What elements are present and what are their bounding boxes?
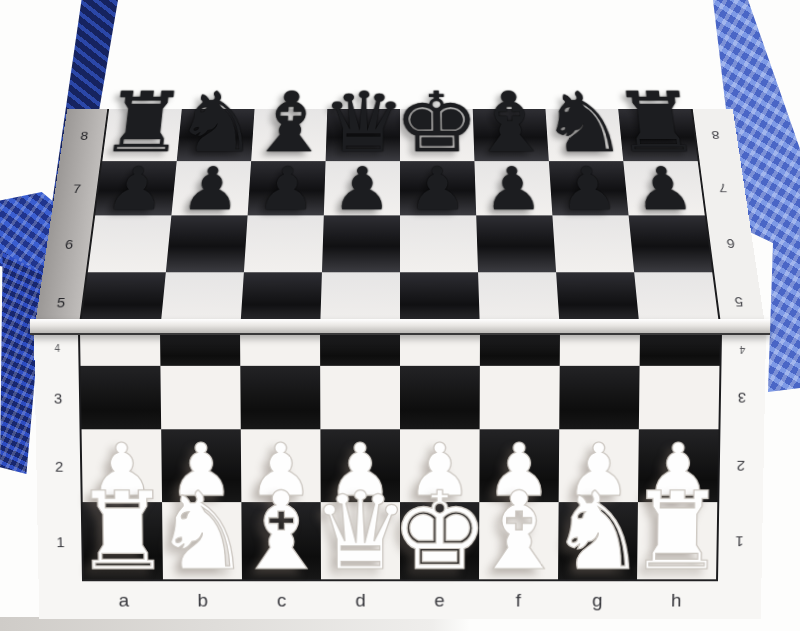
square-f1[interactable]: ♝ — [479, 502, 559, 580]
rank-label-text: 8 — [80, 129, 89, 141]
square-f4[interactable] — [480, 332, 560, 366]
rank-label-text: 1 — [735, 534, 744, 549]
piece-black-pawn-c7[interactable]: ♟ — [256, 161, 318, 217]
square-e3[interactable] — [400, 366, 480, 429]
square-b6[interactable] — [166, 215, 248, 272]
piece-black-pawn-f7[interactable]: ♟ — [482, 161, 544, 217]
rank-label-text: 5 — [56, 295, 66, 309]
piece-black-pawn-g7[interactable]: ♟ — [557, 161, 621, 217]
piece-black-rook-h8[interactable]: ♜ — [610, 84, 704, 163]
square-a4[interactable] — [80, 332, 160, 366]
rank-label-3-right: 3 — [718, 366, 765, 429]
rank-label-text: 7 — [718, 182, 728, 195]
square-f3[interactable] — [480, 366, 560, 429]
square-c6[interactable] — [244, 215, 324, 272]
square-e6[interactable] — [400, 215, 478, 272]
square-g1[interactable]: ♞ — [558, 502, 638, 580]
square-h1[interactable]: ♜ — [637, 502, 717, 580]
rank-label-text: 7 — [72, 182, 82, 195]
square-e7[interactable]: ♟ — [400, 161, 476, 215]
square-e4[interactable] — [400, 332, 480, 366]
square-a3[interactable] — [81, 366, 162, 429]
square-b3[interactable] — [160, 366, 240, 429]
rank-label-4-left: 4 — [34, 332, 81, 366]
rank-label-text: 2 — [55, 458, 64, 473]
rank-label-4-right: 4 — [719, 332, 766, 366]
board-top-half: 8♜♞♝♛♚♝♞♜87♟♟♟♟♟♟♟♟76655 — [34, 109, 766, 332]
board-bottom-half: 44332♟♟♟♟♟♟♟♟21♜♞♝♛♚♝♞♜1 abcdefgh — [34, 332, 766, 619]
square-d3[interactable] — [320, 366, 400, 429]
rank-label-text: 4 — [740, 344, 746, 354]
square-c3[interactable] — [240, 366, 320, 429]
square-b1[interactable]: ♞ — [162, 502, 242, 580]
square-a6[interactable] — [88, 215, 172, 272]
square-h6[interactable] — [629, 215, 713, 272]
square-g4[interactable] — [560, 332, 640, 366]
rank-label-text: 8 — [711, 129, 720, 141]
rank-label-text: 6 — [726, 237, 736, 250]
piece-black-pawn-b7[interactable]: ♟ — [179, 161, 243, 217]
piece-black-pawn-e7[interactable]: ♟ — [408, 161, 468, 217]
square-g3[interactable] — [559, 366, 639, 429]
square-c1[interactable]: ♝ — [241, 502, 321, 580]
square-e1[interactable]: ♚ — [400, 502, 479, 580]
square-d7[interactable]: ♟ — [324, 161, 400, 215]
piece-black-pawn-a7[interactable]: ♟ — [103, 161, 169, 217]
square-b4[interactable] — [160, 332, 240, 366]
square-h4[interactable] — [640, 332, 720, 366]
square-f6[interactable] — [476, 215, 556, 272]
rank-label-text: 2 — [736, 458, 745, 473]
square-d4[interactable] — [320, 332, 400, 366]
board-bottom-grid: 44332♟♟♟♟♟♟♟♟21♜♞♝♛♚♝♞♜1 — [34, 332, 766, 580]
rank-label-text: 3 — [54, 390, 63, 405]
square-c7[interactable]: ♟ — [248, 161, 326, 215]
rank-label-text: 5 — [734, 295, 744, 309]
board-fold-crease — [30, 319, 770, 335]
piece-white-rook-h1[interactable]: ♜ — [628, 480, 727, 582]
square-d6[interactable] — [322, 215, 400, 272]
rank-label-text: 1 — [56, 534, 65, 549]
square-d1[interactable]: ♛ — [321, 502, 400, 580]
piece-black-pawn-h7[interactable]: ♟ — [631, 161, 697, 217]
board-top-grid: 8♜♞♝♛♚♝♞♜87♟♟♟♟♟♟♟♟76655 — [34, 109, 766, 332]
square-c4[interactable] — [240, 332, 320, 366]
piece-black-pawn-d7[interactable]: ♟ — [332, 161, 392, 217]
square-f7[interactable]: ♟ — [474, 161, 552, 215]
square-g6[interactable] — [552, 215, 634, 272]
rank-label-text: 3 — [738, 390, 747, 405]
square-b7[interactable]: ♟ — [171, 161, 251, 215]
rank-label-3-left: 3 — [35, 366, 82, 429]
square-h3[interactable] — [639, 366, 720, 429]
chess-set-photo: 8♜♞♝♛♚♝♞♜87♟♟♟♟♟♟♟♟76655 44332♟♟♟♟♟♟♟♟21… — [0, 0, 800, 631]
square-a1[interactable]: ♜ — [83, 502, 163, 580]
rank-label-text: 6 — [64, 237, 74, 250]
rank-label-text: 4 — [54, 344, 60, 354]
